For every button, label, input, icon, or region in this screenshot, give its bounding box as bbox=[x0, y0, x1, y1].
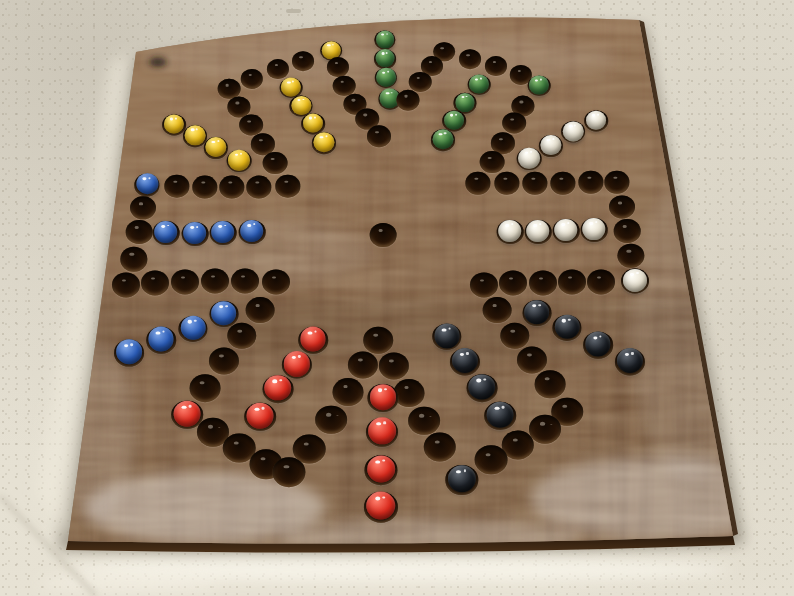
board-hole-occupied[interactable] bbox=[374, 30, 395, 49]
board-hole[interactable] bbox=[483, 297, 512, 323]
specular-highlight bbox=[182, 405, 187, 408]
blue-marble[interactable] bbox=[136, 174, 158, 195]
hole-reflection bbox=[139, 202, 143, 205]
board-hole[interactable] bbox=[604, 171, 629, 194]
specular-highlight bbox=[599, 336, 602, 338]
white-marble[interactable] bbox=[555, 219, 578, 241]
board-hole-occupied[interactable] bbox=[517, 148, 542, 170]
hole-reflection bbox=[373, 334, 378, 337]
hole-reflection bbox=[340, 81, 344, 83]
yellow-marble[interactable] bbox=[314, 132, 335, 152]
board-hole[interactable] bbox=[231, 268, 259, 293]
board-hole[interactable] bbox=[517, 347, 547, 374]
specular-highlight bbox=[320, 136, 324, 139]
black-marble[interactable] bbox=[434, 324, 459, 348]
board-hole-occupied[interactable] bbox=[468, 75, 491, 95]
specular-highlight bbox=[218, 225, 222, 228]
specular-highlight bbox=[225, 305, 227, 307]
black-marble[interactable] bbox=[585, 332, 611, 357]
black-marble[interactable] bbox=[452, 348, 478, 373]
board-hole-occupied[interactable] bbox=[615, 348, 645, 375]
hole-reflection bbox=[517, 70, 521, 72]
board-hole[interactable] bbox=[499, 270, 527, 295]
specular-highlight bbox=[574, 124, 576, 126]
board-hole[interactable] bbox=[348, 351, 378, 378]
specular-highlight bbox=[224, 225, 226, 227]
specular-highlight bbox=[217, 140, 219, 142]
specular-highlight bbox=[382, 71, 385, 73]
board-hole-occupied[interactable] bbox=[442, 110, 466, 131]
hole-reflection bbox=[247, 120, 251, 122]
board-hole[interactable] bbox=[558, 269, 586, 294]
white-marble[interactable] bbox=[623, 268, 647, 291]
specular-highlight bbox=[511, 224, 513, 226]
board-hole[interactable] bbox=[578, 171, 603, 194]
board-hole-occupied[interactable] bbox=[552, 315, 581, 341]
board-hole[interactable] bbox=[363, 327, 393, 354]
white-marble[interactable] bbox=[527, 220, 550, 242]
specular-highlight bbox=[525, 152, 529, 155]
blue-marble[interactable] bbox=[212, 221, 235, 243]
green-marble[interactable] bbox=[376, 49, 395, 67]
board-hole[interactable] bbox=[550, 172, 575, 195]
specular-highlight bbox=[292, 81, 294, 83]
specular-highlight bbox=[439, 133, 443, 136]
specular-highlight bbox=[477, 379, 482, 382]
board-hole-occupied[interactable] bbox=[523, 300, 552, 326]
white-marble[interactable] bbox=[583, 218, 606, 240]
specular-highlight bbox=[567, 223, 569, 225]
hole-reflection bbox=[618, 201, 622, 204]
blue-marble[interactable] bbox=[241, 220, 264, 242]
board-hole-occupied[interactable] bbox=[364, 455, 397, 485]
hole-reflection bbox=[274, 64, 278, 66]
specular-highlight bbox=[255, 407, 260, 410]
board-hole[interactable] bbox=[201, 268, 229, 293]
board-hole[interactable] bbox=[408, 407, 440, 435]
specular-highlight bbox=[538, 304, 540, 306]
specular-highlight bbox=[597, 113, 599, 115]
board-hole-occupied[interactable] bbox=[210, 301, 239, 327]
yellow-marble[interactable] bbox=[185, 125, 206, 145]
board-hole[interactable] bbox=[130, 196, 156, 219]
specular-highlight bbox=[448, 328, 451, 330]
board-hole-occupied[interactable] bbox=[445, 465, 478, 495]
specular-highlight bbox=[460, 353, 464, 356]
specular-highlight bbox=[325, 135, 327, 137]
hole-reflection bbox=[255, 304, 260, 307]
board-hole-occupied[interactable] bbox=[525, 220, 552, 244]
specular-highlight bbox=[530, 151, 532, 153]
red-marble[interactable] bbox=[300, 327, 325, 351]
specular-highlight bbox=[463, 469, 466, 471]
board-hole-occupied[interactable] bbox=[227, 150, 252, 172]
specular-highlight bbox=[196, 226, 198, 228]
hole-reflection bbox=[416, 77, 420, 79]
board-hole-occupied[interactable] bbox=[450, 348, 480, 375]
board-hole-occupied[interactable] bbox=[539, 135, 563, 157]
specular-highlight bbox=[625, 353, 629, 356]
hole-reflection bbox=[623, 225, 627, 228]
board-hole-occupied[interactable] bbox=[553, 219, 580, 243]
hole-reflection bbox=[343, 385, 348, 388]
board-hole[interactable] bbox=[480, 151, 505, 173]
hole-reflection bbox=[225, 84, 229, 86]
hole-grid bbox=[0, 0, 794, 596]
specular-highlight bbox=[247, 224, 251, 227]
board-hole-occupied[interactable] bbox=[183, 125, 207, 147]
board-hole[interactable] bbox=[227, 323, 256, 349]
hole-reflection bbox=[531, 178, 535, 180]
board-hole[interactable] bbox=[171, 269, 199, 294]
hole-reflection bbox=[130, 253, 134, 256]
hole-reflection bbox=[466, 54, 470, 56]
board-hole-occupied[interactable] bbox=[364, 492, 398, 523]
board-hole[interactable] bbox=[241, 69, 263, 89]
hole-reflection bbox=[435, 440, 440, 443]
board-hole-occupied[interactable] bbox=[431, 129, 455, 151]
board-hole-occupied[interactable] bbox=[581, 218, 608, 242]
hole-reflection bbox=[259, 139, 263, 141]
hole-reflection bbox=[201, 182, 205, 185]
specular-highlight bbox=[444, 132, 446, 134]
board-hole-occupied[interactable] bbox=[134, 174, 159, 197]
board-hole-occupied[interactable] bbox=[153, 221, 180, 245]
specular-highlight bbox=[568, 319, 571, 321]
specular-highlight bbox=[483, 378, 486, 380]
board-hole[interactable] bbox=[263, 152, 288, 174]
red-marble[interactable] bbox=[173, 401, 200, 427]
red-marble[interactable] bbox=[368, 418, 396, 445]
board-hole[interactable] bbox=[494, 172, 519, 195]
blue-marble[interactable] bbox=[184, 222, 207, 244]
board-hole-occupied[interactable] bbox=[312, 132, 336, 154]
white-marble[interactable] bbox=[541, 135, 562, 155]
board-hole-occupied[interactable] bbox=[162, 114, 186, 135]
hole-reflection bbox=[488, 157, 492, 159]
blue-marble[interactable] bbox=[148, 327, 173, 351]
board-hole-occupied[interactable] bbox=[375, 68, 397, 88]
green-marble[interactable] bbox=[376, 68, 395, 87]
specular-highlight bbox=[386, 52, 388, 54]
countertop-scene bbox=[0, 0, 794, 596]
yellow-marble[interactable] bbox=[206, 137, 227, 157]
board-hole[interactable] bbox=[529, 270, 557, 295]
board-hole[interactable] bbox=[120, 247, 147, 272]
specular-highlight bbox=[378, 389, 383, 392]
hole-reflection bbox=[587, 177, 591, 179]
specular-highlight bbox=[240, 153, 242, 155]
hole-reflection bbox=[272, 276, 276, 279]
board-hole[interactable] bbox=[470, 272, 498, 297]
specular-highlight bbox=[636, 272, 638, 274]
specular-highlight bbox=[386, 92, 389, 94]
board-hole-occupied[interactable] bbox=[374, 49, 396, 69]
board-hole[interactable] bbox=[394, 379, 425, 407]
white-marble[interactable] bbox=[586, 110, 606, 130]
board-hole-occupied[interactable] bbox=[298, 327, 328, 354]
specular-highlight bbox=[148, 177, 150, 179]
specular-highlight bbox=[466, 352, 469, 354]
hole-reflection bbox=[211, 275, 215, 278]
board-hole[interactable] bbox=[292, 51, 314, 71]
specular-highlight bbox=[297, 99, 300, 101]
board-hole[interactable] bbox=[502, 112, 526, 133]
board-hole[interactable] bbox=[164, 175, 189, 198]
red-marble[interactable] bbox=[246, 403, 273, 429]
board-hole[interactable] bbox=[112, 272, 140, 297]
red-marble[interactable] bbox=[284, 351, 310, 376]
hole-reflection bbox=[539, 277, 543, 280]
specular-highlight bbox=[194, 320, 197, 322]
board-hole-occupied[interactable] bbox=[528, 76, 551, 96]
board-hole-occupied[interactable] bbox=[432, 324, 461, 350]
hole-reflection bbox=[499, 138, 503, 140]
hole-reflection bbox=[627, 250, 631, 253]
specular-highlight bbox=[161, 225, 165, 228]
board-hole[interactable] bbox=[327, 57, 349, 77]
red-marble[interactable] bbox=[370, 384, 397, 410]
blue-marble[interactable] bbox=[116, 340, 142, 365]
specular-highlight bbox=[552, 138, 554, 140]
hole-reflection bbox=[545, 377, 550, 380]
yellow-marble[interactable] bbox=[228, 150, 249, 170]
specular-highlight bbox=[308, 331, 312, 334]
hole-reflection bbox=[351, 99, 355, 101]
green-marble[interactable] bbox=[455, 93, 475, 112]
green-marble[interactable] bbox=[469, 75, 488, 94]
board-hole-occupied[interactable] bbox=[146, 327, 176, 354]
board-hole[interactable] bbox=[262, 269, 290, 294]
board-hole[interactable] bbox=[396, 90, 419, 111]
board-hole-occupied[interactable] bbox=[584, 110, 608, 131]
board-hole[interactable] bbox=[219, 176, 244, 199]
white-marble[interactable] bbox=[518, 148, 539, 168]
board-hole[interactable] bbox=[522, 172, 547, 195]
specular-highlight bbox=[212, 141, 216, 144]
specular-highlight bbox=[170, 118, 173, 121]
specular-highlight bbox=[327, 44, 330, 46]
red-marble[interactable] bbox=[366, 492, 395, 520]
specular-highlight bbox=[547, 139, 551, 142]
specular-highlight bbox=[386, 33, 388, 35]
board-hole-occupied[interactable] bbox=[263, 375, 294, 403]
board-hole-occupied[interactable] bbox=[467, 374, 498, 402]
hole-reflection bbox=[181, 276, 185, 279]
hole-reflection bbox=[510, 330, 515, 333]
black-marble[interactable] bbox=[486, 402, 513, 428]
specular-highlight bbox=[391, 92, 393, 94]
specular-highlight bbox=[631, 352, 634, 354]
board-hole-occupied[interactable] bbox=[178, 316, 207, 342]
hole-reflection bbox=[474, 178, 478, 180]
white-marble[interactable] bbox=[499, 220, 522, 242]
specular-highlight bbox=[273, 380, 278, 383]
board-hole[interactable] bbox=[529, 415, 561, 444]
board-hole[interactable] bbox=[500, 323, 529, 349]
hole-reflection bbox=[513, 438, 518, 441]
board-hole-occupied[interactable] bbox=[621, 268, 649, 293]
yellow-marble[interactable] bbox=[303, 113, 323, 133]
specular-highlight bbox=[376, 422, 381, 425]
specular-highlight bbox=[381, 34, 384, 36]
black-marble[interactable] bbox=[554, 315, 579, 339]
board-hole-occupied[interactable] bbox=[583, 332, 613, 359]
blue-marble[interactable] bbox=[155, 221, 178, 243]
specular-highlight bbox=[314, 116, 316, 118]
specular-highlight bbox=[235, 154, 239, 157]
board-hole[interactable] bbox=[609, 195, 635, 218]
board-hole[interactable] bbox=[275, 175, 300, 198]
board-hole-occupied[interactable] bbox=[239, 220, 266, 244]
hole-reflection bbox=[480, 279, 484, 282]
black-marble[interactable] bbox=[617, 348, 643, 373]
specular-highlight bbox=[589, 222, 593, 225]
specular-highlight bbox=[595, 222, 597, 224]
board-hole-occupied[interactable] bbox=[366, 418, 398, 447]
board-hole[interactable] bbox=[465, 172, 490, 195]
board-hole[interactable] bbox=[459, 49, 481, 69]
green-marble[interactable] bbox=[433, 129, 454, 149]
hole-reflection bbox=[284, 465, 289, 468]
specular-highlight bbox=[466, 96, 468, 98]
board-hole[interactable] bbox=[190, 374, 221, 402]
hole-reflection bbox=[271, 158, 275, 160]
hole-reflection bbox=[237, 330, 242, 333]
specular-highlight bbox=[480, 78, 482, 80]
board-hole-occupied[interactable] bbox=[210, 221, 237, 245]
specular-highlight bbox=[332, 44, 334, 46]
specular-highlight bbox=[450, 114, 453, 117]
blue-marble[interactable] bbox=[212, 301, 237, 325]
board-hole[interactable] bbox=[126, 220, 153, 244]
specular-highlight bbox=[561, 223, 565, 226]
board-hole-occupied[interactable] bbox=[282, 351, 312, 378]
specular-highlight bbox=[190, 226, 194, 229]
board-hole[interactable] bbox=[587, 269, 615, 294]
specular-highlight bbox=[302, 99, 304, 101]
board-hole[interactable] bbox=[192, 176, 217, 199]
board-hole[interactable] bbox=[246, 176, 271, 199]
board-hole[interactable] bbox=[315, 406, 347, 434]
hole-reflection bbox=[234, 441, 239, 444]
hole-reflection bbox=[122, 279, 126, 282]
board-hole-occupied[interactable] bbox=[182, 222, 209, 246]
green-marble[interactable] bbox=[529, 76, 549, 95]
board-hole[interactable] bbox=[209, 347, 239, 374]
hole-reflection bbox=[235, 102, 239, 104]
specular-highlight bbox=[540, 79, 542, 81]
hole-reflection bbox=[241, 275, 245, 278]
board-hole-occupied[interactable] bbox=[497, 220, 524, 244]
specular-highlight bbox=[175, 117, 177, 119]
yellow-marble[interactable] bbox=[164, 114, 184, 134]
specular-highlight bbox=[375, 497, 380, 501]
hole-reflection bbox=[510, 118, 514, 120]
board-hole[interactable] bbox=[475, 445, 508, 474]
hole-reflection bbox=[428, 61, 432, 63]
yellow-marble[interactable] bbox=[281, 78, 301, 97]
board-hole[interactable] bbox=[409, 72, 432, 92]
specular-highlight bbox=[501, 406, 504, 408]
specular-highlight bbox=[535, 79, 538, 81]
hole-reflection bbox=[441, 47, 444, 49]
board-hole-occupied[interactable] bbox=[367, 384, 398, 412]
hole-reflection bbox=[509, 277, 513, 280]
black-marble[interactable] bbox=[448, 465, 477, 493]
hole-reflection bbox=[527, 354, 532, 357]
hole-reflection bbox=[200, 381, 205, 384]
specular-highlight bbox=[382, 459, 385, 461]
blue-marble[interactable] bbox=[180, 316, 205, 340]
hole-reflection bbox=[173, 181, 177, 184]
board-hole[interactable] bbox=[267, 59, 289, 79]
hole-reflection bbox=[326, 413, 331, 416]
board-hole[interactable] bbox=[333, 378, 364, 406]
specular-highlight bbox=[455, 113, 457, 115]
yellow-marble[interactable] bbox=[291, 96, 311, 115]
hole-reflection bbox=[379, 229, 383, 232]
black-marble[interactable] bbox=[469, 374, 496, 400]
board-hole-occupied[interactable] bbox=[561, 121, 585, 142]
red-marble[interactable] bbox=[265, 375, 292, 401]
board-hole[interactable] bbox=[535, 370, 566, 398]
board-hole-occupied[interactable] bbox=[204, 137, 228, 159]
specular-highlight bbox=[505, 224, 509, 227]
hole-reflection bbox=[299, 56, 303, 58]
specular-highlight bbox=[124, 344, 128, 347]
specular-highlight bbox=[532, 304, 536, 307]
hole-reflection bbox=[404, 95, 408, 97]
hole-reflection bbox=[375, 131, 379, 133]
board-hole[interactable] bbox=[424, 432, 456, 461]
hole-reflection bbox=[492, 304, 497, 307]
red-marble[interactable] bbox=[367, 455, 396, 482]
green-marble[interactable] bbox=[444, 110, 464, 130]
board-hole-occupied[interactable] bbox=[244, 403, 276, 431]
board-hole[interactable] bbox=[141, 270, 169, 295]
specular-highlight bbox=[456, 470, 461, 474]
board-hole-occupied[interactable] bbox=[484, 402, 516, 430]
black-marble[interactable] bbox=[525, 300, 550, 324]
board-hole[interactable] bbox=[379, 352, 409, 379]
hole-reflection bbox=[135, 226, 139, 229]
board-hole[interactable] bbox=[485, 56, 507, 76]
board-hole[interactable] bbox=[617, 244, 644, 268]
board-hole[interactable] bbox=[246, 297, 275, 323]
specular-highlight bbox=[143, 177, 147, 180]
hole-reflection bbox=[559, 178, 563, 180]
board-hole[interactable] bbox=[370, 223, 397, 247]
hole-reflection bbox=[597, 276, 601, 279]
board-hole-occupied[interactable] bbox=[114, 340, 144, 367]
board-hole[interactable] bbox=[614, 219, 641, 243]
hole-reflection bbox=[562, 405, 567, 408]
specular-highlight bbox=[314, 331, 317, 333]
specular-highlight bbox=[167, 225, 169, 227]
hole-reflection bbox=[208, 425, 213, 428]
hole-reflection bbox=[228, 182, 232, 185]
board-hole[interactable] bbox=[367, 125, 391, 147]
board-hole[interactable] bbox=[272, 457, 305, 487]
specular-highlight bbox=[253, 224, 255, 226]
hole-reflection bbox=[358, 358, 363, 361]
white-marble[interactable] bbox=[563, 121, 584, 141]
hole-reflection bbox=[503, 178, 507, 180]
specular-highlight bbox=[387, 71, 389, 73]
green-marble[interactable] bbox=[376, 30, 394, 48]
specular-highlight bbox=[383, 422, 386, 424]
